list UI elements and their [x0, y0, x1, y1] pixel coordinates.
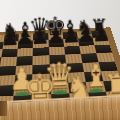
- chess-set-scene: ♜♞♝♛♚♝♞♜♟♟♟♟♟♟♟♟♟♛♝♚♞♜: [0, 0, 120, 120]
- board-box-hinge-notch: [0, 101, 7, 116]
- piece-bP-h7[interactable]: ♟: [91, 23, 111, 45]
